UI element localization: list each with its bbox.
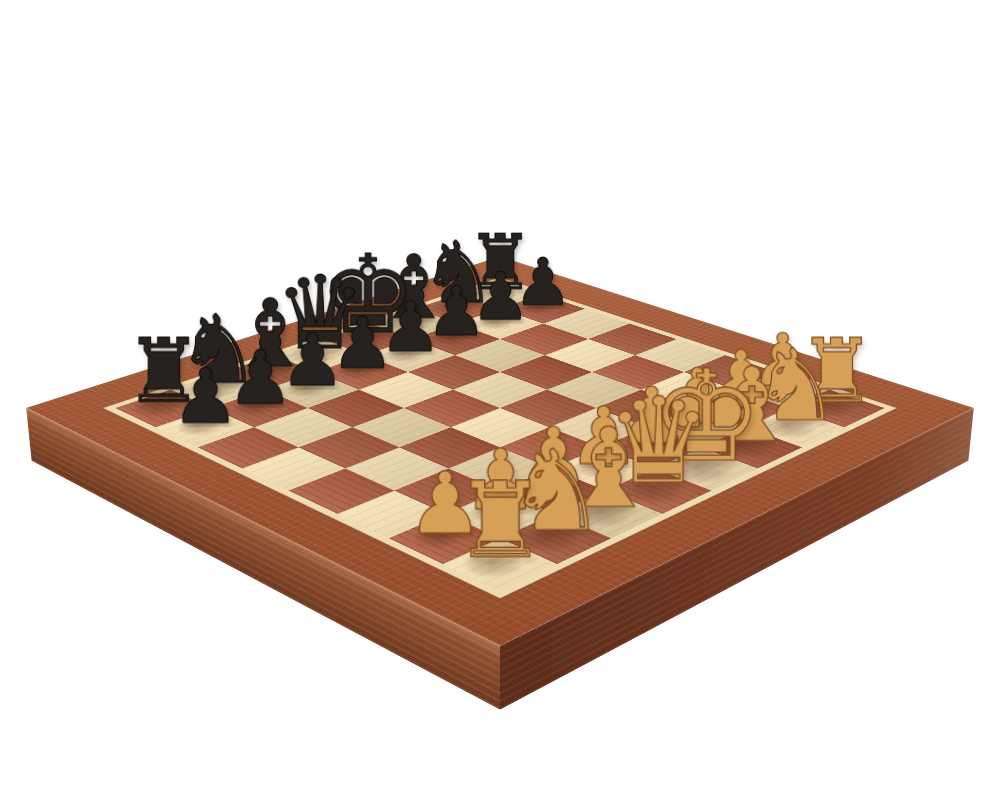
pawn-glyph: ♟ [160, 343, 251, 434]
rook-glyph: ♜ [438, 447, 563, 572]
product-photo-scene: ♜♞♝♛♚♝♞♜♟♟♟♟♟♟♟♟♟♟♟♟♟♟♟♟♜♞♝♛♚♝♞♜ [0, 0, 1000, 800]
chess-board: ♜♞♝♛♚♝♞♜♟♟♟♟♟♟♟♟♟♟♟♟♟♟♟♟♜♞♝♛♚♝♞♜ [26, 256, 974, 645]
photo-canvas: ♜♞♝♛♚♝♞♜♟♟♟♟♟♟♟♟♟♟♟♟♟♟♟♟♜♞♝♛♚♝♞♜ [0, 0, 1000, 800]
